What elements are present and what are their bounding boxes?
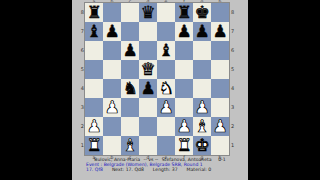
- piece-white-bishop-c1: ♝: [122, 136, 137, 155]
- square-c5: [121, 60, 139, 79]
- square-e7: [157, 22, 175, 41]
- square-c3: [121, 98, 139, 117]
- piece-black-bishop-a7: ♝: [86, 22, 101, 41]
- piece-black-pawn-d4: ♟: [140, 79, 155, 98]
- square-f8: ♜: [175, 3, 193, 22]
- rank-label-7: 7: [79, 22, 84, 41]
- piece-white-rook-a1: ♜: [86, 136, 101, 155]
- square-d4: ♟: [139, 79, 157, 98]
- square-d7: [139, 22, 157, 41]
- square-d2: [139, 117, 157, 136]
- square-b7: ♟: [103, 22, 121, 41]
- square-c6: ♟: [121, 41, 139, 60]
- square-b8: [103, 3, 121, 22]
- game-result: 0-1: [218, 157, 226, 162]
- rank-label-1: 1: [79, 136, 84, 155]
- square-e5: [157, 60, 175, 79]
- square-e2: [157, 117, 175, 136]
- piece-white-pawn-b3: ♟: [104, 98, 119, 117]
- piece-black-pawn-b7: ♟: [104, 22, 119, 41]
- square-a8: ♜: [85, 3, 103, 22]
- square-e6: ♝: [157, 41, 175, 60]
- piece-white-knight-e4: ♞: [158, 79, 173, 98]
- rank-label-1: 1: [231, 136, 236, 155]
- piece-black-queen-d8: ♛: [140, 3, 155, 22]
- square-g1: ♚: [193, 136, 211, 155]
- move-played: 17. Qf8: [86, 168, 103, 173]
- square-a7: ♝: [85, 22, 103, 41]
- rank-labels-left: 87654321: [79, 3, 84, 155]
- square-a3: [85, 98, 103, 117]
- piece-white-pawn-g3: ♟: [194, 98, 209, 117]
- rank-label-5: 5: [79, 60, 84, 79]
- piece-black-pawn-f7: ♟: [176, 22, 191, 41]
- square-h6: [211, 41, 229, 60]
- piece-white-queen-d5: ♛: [140, 60, 155, 79]
- rank-label-2: 2: [79, 117, 84, 136]
- square-b4: [103, 79, 121, 98]
- square-d3: [139, 98, 157, 117]
- square-a5: [85, 60, 103, 79]
- rank-label-6: 6: [231, 41, 236, 60]
- piece-white-rook-f1: ♜: [176, 136, 191, 155]
- square-g3: ♟: [193, 98, 211, 117]
- square-b3: ♟: [103, 98, 121, 117]
- square-h8: [211, 3, 229, 22]
- diagram-panel: abcdefgh 87654321 ♜♛♜♚♝♟♟♟♟♟♝♛♞♟♞♟♟♟♟♟♝♟…: [72, 0, 248, 180]
- square-h1: [211, 136, 229, 155]
- piece-white-pawn-a2: ♟: [86, 117, 101, 136]
- square-a6: [85, 41, 103, 60]
- square-f1: ♜: [175, 136, 193, 155]
- piece-black-pawn-h7: ♟: [212, 22, 227, 41]
- piece-black-king-g8: ♚: [194, 3, 209, 22]
- rank-label-6: 6: [79, 41, 84, 60]
- move-info-line: 17. Qf8 Next: 17. Qd8 Length: 37 Materia…: [86, 168, 262, 173]
- square-f3: [175, 98, 193, 117]
- square-a4: [85, 79, 103, 98]
- piece-white-pawn-e3: ♟: [158, 98, 173, 117]
- rank-label-3: 3: [79, 98, 84, 117]
- square-b6: [103, 41, 121, 60]
- piece-black-rook-a8: ♜: [86, 3, 101, 22]
- square-b2: [103, 117, 121, 136]
- square-h3: [211, 98, 229, 117]
- square-b5: [103, 60, 121, 79]
- piece-black-bishop-e6: ♝: [158, 41, 173, 60]
- rank-label-5: 5: [231, 60, 236, 79]
- rank-label-4: 4: [231, 79, 236, 98]
- square-e4: ♞: [157, 79, 175, 98]
- square-b1: [103, 136, 121, 155]
- piece-white-pawn-h2: ♟: [212, 117, 227, 136]
- square-c2: [121, 117, 139, 136]
- chess-board: ♜♛♜♚♝♟♟♟♟♟♝♛♞♟♞♟♟♟♟♟♝♟♜♝♜♚: [85, 3, 229, 155]
- square-g8: ♚: [193, 3, 211, 22]
- square-h5: [211, 60, 229, 79]
- square-h2: ♟: [211, 117, 229, 136]
- piece-black-pawn-g7: ♟: [194, 22, 209, 41]
- square-a2: ♟: [85, 117, 103, 136]
- piece-black-rook-f8: ♜: [176, 3, 191, 22]
- square-f2: ♟: [175, 117, 193, 136]
- rank-label-7: 7: [231, 22, 236, 41]
- rank-labels-right: 87654321: [231, 3, 236, 155]
- square-h7: ♟: [211, 22, 229, 41]
- piece-white-bishop-g2: ♝: [194, 117, 209, 136]
- piece-white-king-g1: ♚: [194, 136, 209, 155]
- square-f7: ♟: [175, 22, 193, 41]
- square-g5: [193, 60, 211, 79]
- square-g2: ♝: [193, 117, 211, 136]
- video-frame: abcdefgh 87654321 ♜♛♜♚♝♟♟♟♟♟♝♛♞♟♞♟♟♟♟♟♝♟…: [0, 0, 320, 180]
- square-d1: [139, 136, 157, 155]
- square-d5: ♛: [139, 60, 157, 79]
- piece-black-knight-c4: ♞: [122, 79, 137, 98]
- square-d8: ♛: [139, 3, 157, 22]
- next-move: Next: 17. Qd8: [112, 168, 144, 173]
- square-g6: [193, 41, 211, 60]
- rank-label-2: 2: [231, 117, 236, 136]
- square-e1: [157, 136, 175, 155]
- square-f5: [175, 60, 193, 79]
- square-c4: ♞: [121, 79, 139, 98]
- square-g7: ♟: [193, 22, 211, 41]
- square-f6: [175, 41, 193, 60]
- game-length: Length: 37: [153, 168, 178, 173]
- rank-label-8: 8: [231, 3, 236, 22]
- square-c1: ♝: [121, 136, 139, 155]
- square-h4: [211, 79, 229, 98]
- square-f4: [175, 79, 193, 98]
- rank-label-4: 4: [79, 79, 84, 98]
- square-c7: [121, 22, 139, 41]
- piece-black-pawn-c6: ♟: [122, 41, 137, 60]
- square-d6: [139, 41, 157, 60]
- rank-label-3: 3: [231, 98, 236, 117]
- material-balance: Material: 0: [187, 168, 212, 173]
- square-e8: [157, 3, 175, 22]
- square-g4: [193, 79, 211, 98]
- square-a1: ♜: [85, 136, 103, 155]
- square-c8: [121, 3, 139, 22]
- square-e3: ♟: [157, 98, 175, 117]
- rank-label-8: 8: [79, 3, 84, 22]
- piece-white-pawn-f2: ♟: [176, 117, 191, 136]
